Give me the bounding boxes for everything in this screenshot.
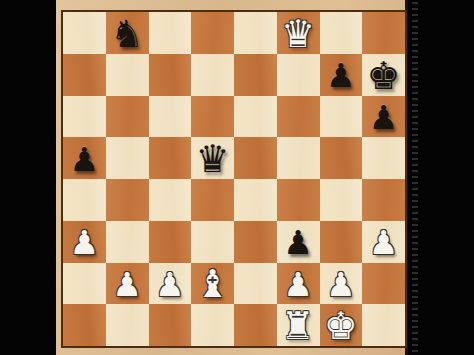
square-e5[interactable]: [234, 137, 277, 179]
piece-black-pawn[interactable]: ♟: [369, 101, 399, 134]
square-a6[interactable]: [63, 96, 106, 138]
square-d2[interactable]: ♝: [191, 263, 234, 305]
square-c5[interactable]: [149, 137, 192, 179]
square-a5[interactable]: ♟: [63, 137, 106, 179]
square-f4[interactable]: [277, 179, 320, 221]
square-f5[interactable]: [277, 137, 320, 179]
square-h4[interactable]: [362, 179, 405, 221]
square-c2[interactable]: ♟: [149, 263, 192, 305]
square-f7[interactable]: [277, 54, 320, 96]
square-f8[interactable]: ♛: [277, 12, 320, 54]
square-e4[interactable]: [234, 179, 277, 221]
square-g7[interactable]: ♟: [320, 54, 363, 96]
square-g8[interactable]: [320, 12, 363, 54]
piece-white-pawn[interactable]: ♟: [112, 268, 142, 301]
vertical-watermark-text: [412, 2, 418, 352]
square-h5[interactable]: [362, 137, 405, 179]
square-h8[interactable]: [362, 12, 405, 54]
piece-white-king[interactable]: ♚: [324, 307, 358, 345]
square-d6[interactable]: [191, 96, 234, 138]
piece-white-pawn[interactable]: ♟: [369, 226, 399, 259]
piece-white-pawn[interactable]: ♟: [70, 226, 100, 259]
piece-white-pawn[interactable]: ♟: [326, 268, 356, 301]
square-d7[interactable]: [191, 54, 234, 96]
square-g1[interactable]: ♚: [320, 304, 363, 346]
square-e8[interactable]: [234, 12, 277, 54]
square-b3[interactable]: [106, 221, 149, 263]
square-f1[interactable]: ♜: [277, 304, 320, 346]
piece-white-rook[interactable]: ♜: [281, 307, 315, 345]
square-d1[interactable]: [191, 304, 234, 346]
square-h3[interactable]: ♟: [362, 221, 405, 263]
piece-black-pawn[interactable]: ♟: [283, 226, 313, 259]
square-e2[interactable]: [234, 263, 277, 305]
square-d3[interactable]: [191, 221, 234, 263]
square-b8[interactable]: ♞: [106, 12, 149, 54]
chessboard-photo: ♞♛♟♚♟♟♛♟♟♟♟♟♝♟♟♜♚: [56, 0, 408, 355]
square-c8[interactable]: [149, 12, 192, 54]
square-g2[interactable]: ♟: [320, 263, 363, 305]
square-e3[interactable]: [234, 221, 277, 263]
piece-black-pawn[interactable]: ♟: [70, 143, 100, 176]
square-h6[interactable]: ♟: [362, 96, 405, 138]
piece-black-queen[interactable]: ♛: [196, 140, 230, 178]
square-e6[interactable]: [234, 96, 277, 138]
square-g4[interactable]: [320, 179, 363, 221]
square-a4[interactable]: [63, 179, 106, 221]
letterbox-left: [0, 0, 56, 355]
square-d8[interactable]: [191, 12, 234, 54]
square-c4[interactable]: [149, 179, 192, 221]
square-g3[interactable]: [320, 221, 363, 263]
square-h2[interactable]: [362, 263, 405, 305]
square-f2[interactable]: ♟: [277, 263, 320, 305]
square-h7[interactable]: ♚: [362, 54, 405, 96]
piece-black-knight[interactable]: ♞: [110, 15, 144, 53]
square-e1[interactable]: [234, 304, 277, 346]
square-c6[interactable]: [149, 96, 192, 138]
square-d4[interactable]: [191, 179, 234, 221]
square-g6[interactable]: [320, 96, 363, 138]
square-b1[interactable]: [106, 304, 149, 346]
piece-black-pawn[interactable]: ♟: [326, 59, 356, 92]
square-a7[interactable]: [63, 54, 106, 96]
square-b4[interactable]: [106, 179, 149, 221]
square-h1[interactable]: [362, 304, 405, 346]
square-g5[interactable]: [320, 137, 363, 179]
square-b6[interactable]: [106, 96, 149, 138]
square-c3[interactable]: [149, 221, 192, 263]
square-a8[interactable]: [63, 12, 106, 54]
square-f3[interactable]: ♟: [277, 221, 320, 263]
square-b7[interactable]: [106, 54, 149, 96]
square-b5[interactable]: [106, 137, 149, 179]
square-e7[interactable]: [234, 54, 277, 96]
square-d5[interactable]: ♛: [191, 137, 234, 179]
square-b2[interactable]: ♟: [106, 263, 149, 305]
square-a1[interactable]: [63, 304, 106, 346]
chess-board: ♞♛♟♚♟♟♛♟♟♟♟♟♝♟♟♜♚: [61, 10, 407, 348]
square-a3[interactable]: ♟: [63, 221, 106, 263]
piece-white-pawn[interactable]: ♟: [283, 268, 313, 301]
square-f6[interactable]: [277, 96, 320, 138]
piece-black-king[interactable]: ♚: [367, 57, 401, 95]
square-c1[interactable]: [149, 304, 192, 346]
piece-white-pawn[interactable]: ♟: [155, 268, 185, 301]
video-frame: ♞♛♟♚♟♟♛♟♟♟♟♟♝♟♟♜♚: [0, 0, 474, 355]
square-c7[interactable]: [149, 54, 192, 96]
square-a2[interactable]: [63, 263, 106, 305]
piece-white-queen[interactable]: ♛: [281, 15, 315, 53]
piece-white-bishop[interactable]: ♝: [196, 265, 230, 303]
